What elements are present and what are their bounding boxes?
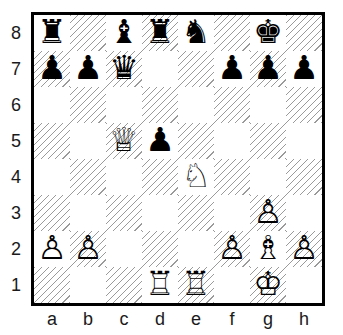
square-b4[interactable] xyxy=(70,159,106,195)
piece-white-queen: ♕ xyxy=(109,123,139,158)
rank-label-5: 5 xyxy=(0,123,26,159)
square-d5[interactable]: ♟ xyxy=(142,123,178,159)
square-b5[interactable] xyxy=(70,123,106,159)
square-h3[interactable] xyxy=(286,195,322,231)
file-labels: abcdefgh xyxy=(34,309,322,333)
square-a4[interactable] xyxy=(34,159,70,195)
square-a7[interactable]: ♟ xyxy=(34,51,70,87)
rank-labels: 87654321 xyxy=(0,15,26,303)
square-f7[interactable]: ♟ xyxy=(214,51,250,87)
piece-white-pawn: ♙ xyxy=(217,231,247,266)
square-h4[interactable] xyxy=(286,159,322,195)
square-a8[interactable]: ♜ xyxy=(34,15,70,51)
piece-white-rook: ♖ xyxy=(181,267,211,302)
square-b8[interactable] xyxy=(70,15,106,51)
file-label-a: a xyxy=(34,309,70,333)
square-f3[interactable] xyxy=(214,195,250,231)
square-c6[interactable] xyxy=(106,87,142,123)
square-h1[interactable] xyxy=(286,267,322,303)
square-g4[interactable] xyxy=(250,159,286,195)
square-b1[interactable] xyxy=(70,267,106,303)
square-g8[interactable]: ♚ xyxy=(250,15,286,51)
square-g5[interactable] xyxy=(250,123,286,159)
square-a3[interactable] xyxy=(34,195,70,231)
piece-white-pawn: ♙ xyxy=(289,231,319,266)
square-g1[interactable]: ♔ xyxy=(250,267,286,303)
square-g2[interactable]: ♗ xyxy=(250,231,286,267)
square-e5[interactable] xyxy=(178,123,214,159)
rank-label-8: 8 xyxy=(0,15,26,51)
square-g7[interactable]: ♟ xyxy=(250,51,286,87)
square-b2[interactable]: ♙ xyxy=(70,231,106,267)
square-b7[interactable]: ♟ xyxy=(70,51,106,87)
square-e8[interactable]: ♞ xyxy=(178,15,214,51)
chess-diagram: 87654321 ♜♝♜♞♚♟♟♛♟♟♟♕♟♘♙♙♙♙♗♙♖♖♔ abcdefg… xyxy=(0,0,343,335)
piece-black-pawn: ♟ xyxy=(253,51,283,86)
rank-label-7: 7 xyxy=(0,51,26,87)
square-f5[interactable] xyxy=(214,123,250,159)
square-c8[interactable]: ♝ xyxy=(106,15,142,51)
rank-label-6: 6 xyxy=(0,87,26,123)
square-f1[interactable] xyxy=(214,267,250,303)
square-f2[interactable]: ♙ xyxy=(214,231,250,267)
piece-black-pawn: ♟ xyxy=(73,51,103,86)
chess-board: ♜♝♜♞♚♟♟♛♟♟♟♕♟♘♙♙♙♙♗♙♖♖♔ xyxy=(34,15,322,303)
square-e7[interactable] xyxy=(178,51,214,87)
square-h7[interactable]: ♟ xyxy=(286,51,322,87)
square-h5[interactable] xyxy=(286,123,322,159)
rank-label-4: 4 xyxy=(0,159,26,195)
square-d1[interactable]: ♖ xyxy=(142,267,178,303)
square-c7[interactable]: ♛ xyxy=(106,51,142,87)
square-d4[interactable] xyxy=(142,159,178,195)
piece-black-rook: ♜ xyxy=(145,15,175,50)
square-b6[interactable] xyxy=(70,87,106,123)
square-a5[interactable] xyxy=(34,123,70,159)
square-d7[interactable] xyxy=(142,51,178,87)
file-label-h: h xyxy=(286,309,322,333)
square-c3[interactable] xyxy=(106,195,142,231)
rank-label-1: 1 xyxy=(0,267,26,303)
rank-label-2: 2 xyxy=(0,231,26,267)
square-b3[interactable] xyxy=(70,195,106,231)
square-a6[interactable] xyxy=(34,87,70,123)
square-g3[interactable]: ♙ xyxy=(250,195,286,231)
file-label-g: g xyxy=(250,309,286,333)
square-e1[interactable]: ♖ xyxy=(178,267,214,303)
file-label-e: e xyxy=(178,309,214,333)
file-label-f: f xyxy=(214,309,250,333)
file-label-d: d xyxy=(142,309,178,333)
piece-black-king: ♚ xyxy=(253,15,283,50)
piece-black-queen: ♛ xyxy=(109,51,139,86)
piece-white-bishop: ♗ xyxy=(253,231,283,266)
rank-label-3: 3 xyxy=(0,195,26,231)
board-frame: ♜♝♜♞♚♟♟♛♟♟♟♕♟♘♙♙♙♙♗♙♖♖♔ xyxy=(31,12,325,306)
square-c5[interactable]: ♕ xyxy=(106,123,142,159)
piece-white-king: ♔ xyxy=(253,267,283,302)
square-h8[interactable] xyxy=(286,15,322,51)
square-e3[interactable] xyxy=(178,195,214,231)
piece-white-knight: ♘ xyxy=(181,159,211,194)
piece-black-pawn: ♟ xyxy=(217,51,247,86)
square-f8[interactable] xyxy=(214,15,250,51)
piece-black-pawn: ♟ xyxy=(145,123,175,158)
square-e2[interactable] xyxy=(178,231,214,267)
piece-white-pawn: ♙ xyxy=(37,231,67,266)
piece-white-pawn: ♙ xyxy=(73,231,103,266)
square-c4[interactable] xyxy=(106,159,142,195)
piece-black-bishop: ♝ xyxy=(109,15,139,50)
square-e6[interactable] xyxy=(178,87,214,123)
square-c2[interactable] xyxy=(106,231,142,267)
square-d2[interactable] xyxy=(142,231,178,267)
piece-black-rook: ♜ xyxy=(37,15,67,50)
piece-black-knight: ♞ xyxy=(181,15,211,50)
square-c1[interactable] xyxy=(106,267,142,303)
piece-black-pawn: ♟ xyxy=(37,51,67,86)
file-label-b: b xyxy=(70,309,106,333)
square-f6[interactable] xyxy=(214,87,250,123)
square-a2[interactable]: ♙ xyxy=(34,231,70,267)
square-h6[interactable] xyxy=(286,87,322,123)
file-label-c: c xyxy=(106,309,142,333)
square-d8[interactable]: ♜ xyxy=(142,15,178,51)
square-d3[interactable] xyxy=(142,195,178,231)
square-f4[interactable] xyxy=(214,159,250,195)
square-h2[interactable]: ♙ xyxy=(286,231,322,267)
piece-white-pawn: ♙ xyxy=(253,195,283,230)
square-d6[interactable] xyxy=(142,87,178,123)
piece-black-pawn: ♟ xyxy=(289,51,319,86)
piece-white-rook: ♖ xyxy=(145,267,175,302)
square-e4[interactable]: ♘ xyxy=(178,159,214,195)
square-a1[interactable] xyxy=(34,267,70,303)
square-g6[interactable] xyxy=(250,87,286,123)
